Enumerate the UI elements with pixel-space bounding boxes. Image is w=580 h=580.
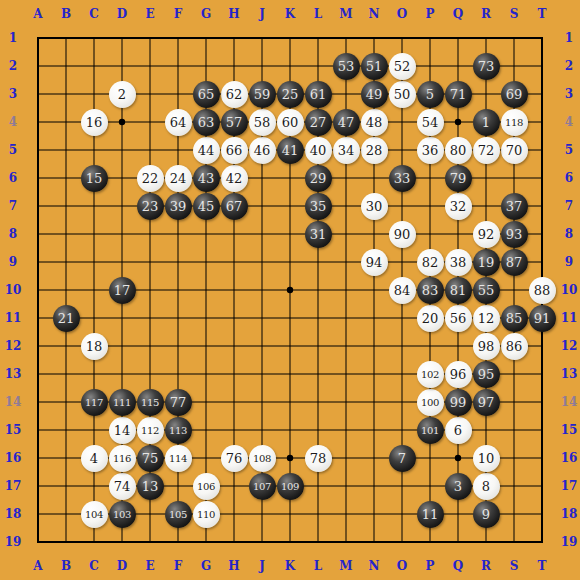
row-label-right: 9 (556, 254, 580, 270)
row-label-left: 12 (0, 338, 26, 354)
move-number: 77 (170, 395, 187, 410)
stone-white-10-R16[interactable]: 10 (473, 445, 500, 472)
move-number: 97 (478, 395, 495, 410)
stone-black-81-Q10[interactable]: 81 (445, 277, 472, 304)
move-number: 117 (85, 397, 103, 408)
stone-white-24-F6[interactable]: 24 (165, 165, 192, 192)
move-number: 104 (85, 509, 103, 520)
row-label-right: 19 (556, 534, 580, 550)
move-number: 39 (170, 199, 187, 214)
move-number: 102 (421, 369, 439, 380)
move-number: 61 (310, 87, 327, 102)
move-number: 105 (169, 509, 187, 520)
row-label-right: 10 (556, 282, 580, 298)
stone-black-29-L6[interactable]: 29 (305, 165, 332, 192)
column-label-top: C (80, 6, 108, 22)
move-number: 4 (90, 451, 98, 466)
row-label-left: 4 (0, 114, 26, 130)
stone-black-55-R10[interactable]: 55 (473, 277, 500, 304)
row-label-left: 5 (0, 142, 26, 158)
stone-black-41-K5[interactable]: 41 (277, 137, 304, 164)
move-number: 92 (478, 227, 495, 242)
move-number: 96 (450, 367, 467, 382)
move-number: 53 (338, 59, 355, 74)
stone-white-66-H5[interactable]: 66 (221, 137, 248, 164)
column-label-top: E (136, 6, 164, 22)
column-label-bottom: E (136, 558, 164, 574)
move-number: 46 (254, 143, 271, 158)
stone-black-101-P15[interactable]: 101 (417, 417, 444, 444)
stone-white-52-O2[interactable]: 52 (389, 53, 416, 80)
move-number: 101 (421, 425, 439, 436)
move-number: 28 (366, 143, 383, 158)
row-label-right: 2 (556, 58, 580, 74)
move-number: 81 (450, 283, 467, 298)
stone-white-82-P9[interactable]: 82 (417, 249, 444, 276)
move-number: 118 (505, 117, 523, 128)
stone-white-76-H16[interactable]: 76 (221, 445, 248, 472)
stone-black-37-S7[interactable]: 37 (501, 193, 528, 220)
move-number: 98 (478, 339, 495, 354)
move-number: 103 (113, 509, 131, 520)
stone-black-93-S8[interactable]: 93 (501, 221, 528, 248)
move-number: 114 (169, 453, 187, 464)
move-number: 37 (506, 199, 523, 214)
stone-white-86-S12[interactable]: 86 (501, 333, 528, 360)
stone-black-71-Q3[interactable]: 71 (445, 81, 472, 108)
move-number: 73 (478, 59, 495, 74)
move-number: 72 (478, 143, 495, 158)
stone-black-13-E17[interactable]: 13 (137, 473, 164, 500)
move-number: 79 (450, 171, 467, 186)
column-label-top: Q (444, 6, 472, 22)
move-number: 23 (142, 199, 159, 214)
move-number: 12 (478, 311, 495, 326)
move-number: 59 (254, 87, 271, 102)
stone-black-49-N3[interactable]: 49 (361, 81, 388, 108)
column-label-bottom: R (472, 558, 500, 574)
move-number: 45 (198, 199, 215, 214)
move-number: 84 (394, 283, 411, 298)
move-number: 44 (198, 143, 215, 158)
row-label-right: 3 (556, 86, 580, 102)
stone-black-33-O6[interactable]: 33 (389, 165, 416, 192)
stone-black-27-L4[interactable]: 27 (305, 109, 332, 136)
stone-black-67-H7[interactable]: 67 (221, 193, 248, 220)
stone-white-50-O3[interactable]: 50 (389, 81, 416, 108)
stone-white-114-F16[interactable]: 114 (165, 445, 192, 472)
stone-black-59-J3[interactable]: 59 (249, 81, 276, 108)
row-label-left: 16 (0, 450, 26, 466)
stone-white-48-N4[interactable]: 48 (361, 109, 388, 136)
stone-white-54-P4[interactable]: 54 (417, 109, 444, 136)
move-number: 94 (366, 255, 383, 270)
move-number: 111 (113, 397, 131, 408)
column-label-top: R (472, 6, 500, 22)
stone-white-104-C18[interactable]: 104 (81, 501, 108, 528)
stone-black-73-R2[interactable]: 73 (473, 53, 500, 80)
row-label-left: 8 (0, 226, 26, 242)
stone-black-77-F14[interactable]: 77 (165, 389, 192, 416)
column-label-top: S (500, 6, 528, 22)
move-number: 91 (534, 311, 551, 326)
stone-white-100-P14[interactable]: 100 (417, 389, 444, 416)
stone-white-22-E6[interactable]: 22 (137, 165, 164, 192)
column-label-top: H (220, 6, 248, 22)
stone-white-106-G17[interactable]: 106 (193, 473, 220, 500)
move-number: 66 (226, 143, 243, 158)
move-number: 2 (118, 87, 126, 102)
stone-white-36-P5[interactable]: 36 (417, 137, 444, 164)
stone-black-65-G3[interactable]: 65 (193, 81, 220, 108)
move-number: 58 (254, 115, 271, 130)
move-number: 19 (478, 255, 495, 270)
row-label-right: 7 (556, 198, 580, 214)
stone-black-35-L7[interactable]: 35 (305, 193, 332, 220)
stone-white-58-J4[interactable]: 58 (249, 109, 276, 136)
stone-black-19-R9[interactable]: 19 (473, 249, 500, 276)
stone-white-42-H6[interactable]: 42 (221, 165, 248, 192)
move-number: 15 (86, 171, 103, 186)
move-number: 36 (422, 143, 439, 158)
stones-layer[interactable]: 1234567891011121314151617181920212223242… (24, 24, 556, 556)
stone-black-99-Q14[interactable]: 99 (445, 389, 472, 416)
move-number: 76 (226, 451, 243, 466)
row-label-right: 18 (556, 506, 580, 522)
column-label-top: A (24, 6, 52, 22)
stone-black-1-R4[interactable]: 1 (473, 109, 500, 136)
move-number: 106 (197, 481, 215, 492)
move-number: 108 (253, 453, 271, 464)
move-number: 55 (478, 283, 495, 298)
stone-black-21-B11[interactable]: 21 (53, 305, 80, 332)
row-label-right: 12 (556, 338, 580, 354)
row-label-right: 6 (556, 170, 580, 186)
move-number: 51 (366, 59, 383, 74)
stone-black-103-D18[interactable]: 103 (109, 501, 136, 528)
stone-white-118-S4[interactable]: 118 (501, 109, 528, 136)
move-number: 48 (366, 115, 383, 130)
row-label-right: 5 (556, 142, 580, 158)
move-number: 107 (253, 481, 271, 492)
stone-white-84-O10[interactable]: 84 (389, 277, 416, 304)
column-label-bottom: P (416, 558, 444, 574)
move-number: 31 (310, 227, 327, 242)
column-label-top: J (248, 6, 276, 22)
row-label-left: 10 (0, 282, 26, 298)
move-number: 29 (310, 171, 327, 186)
row-label-right: 4 (556, 114, 580, 130)
stone-white-74-D17[interactable]: 74 (109, 473, 136, 500)
column-label-bottom: Q (444, 558, 472, 574)
move-number: 88 (534, 283, 551, 298)
stone-black-7-O16[interactable]: 7 (389, 445, 416, 472)
move-number: 69 (506, 87, 523, 102)
move-number: 65 (198, 87, 215, 102)
move-number: 78 (310, 451, 327, 466)
stone-black-91-T11[interactable]: 91 (529, 305, 556, 332)
stone-white-30-N7[interactable]: 30 (361, 193, 388, 220)
stone-white-72-R5[interactable]: 72 (473, 137, 500, 164)
stone-black-105-F18[interactable]: 105 (165, 501, 192, 528)
move-number: 86 (506, 339, 523, 354)
move-number: 95 (478, 367, 495, 382)
move-number: 10 (478, 451, 495, 466)
move-number: 113 (169, 425, 187, 436)
stone-white-80-Q5[interactable]: 80 (445, 137, 472, 164)
move-number: 6 (454, 423, 462, 438)
stone-black-63-G4[interactable]: 63 (193, 109, 220, 136)
stone-white-96-Q13[interactable]: 96 (445, 361, 472, 388)
column-label-top: N (360, 6, 388, 22)
row-label-left: 11 (0, 310, 26, 326)
column-label-bottom: O (388, 558, 416, 574)
column-label-bottom: S (500, 558, 528, 574)
stone-white-94-N9[interactable]: 94 (361, 249, 388, 276)
move-number: 57 (226, 115, 243, 130)
move-number: 115 (141, 397, 159, 408)
stone-white-116-D16[interactable]: 116 (109, 445, 136, 472)
move-number: 112 (141, 425, 159, 436)
move-number: 110 (197, 509, 215, 520)
stone-white-88-T10[interactable]: 88 (529, 277, 556, 304)
column-label-bottom: G (192, 558, 220, 574)
stone-black-117-C14[interactable]: 117 (81, 389, 108, 416)
move-number: 34 (338, 143, 355, 158)
stone-black-23-E7[interactable]: 23 (137, 193, 164, 220)
row-label-left: 2 (0, 58, 26, 74)
move-number: 83 (422, 283, 439, 298)
stone-black-85-S11[interactable]: 85 (501, 305, 528, 332)
move-number: 33 (394, 171, 411, 186)
move-number: 17 (114, 283, 131, 298)
stone-black-5-P3[interactable]: 5 (417, 81, 444, 108)
stone-black-61-L3[interactable]: 61 (305, 81, 332, 108)
move-number: 67 (226, 199, 243, 214)
row-label-right: 14 (556, 394, 580, 410)
column-label-bottom: H (220, 558, 248, 574)
stone-white-40-L5[interactable]: 40 (305, 137, 332, 164)
move-number: 35 (310, 199, 327, 214)
stone-black-39-F7[interactable]: 39 (165, 193, 192, 220)
move-number: 75 (142, 451, 159, 466)
row-label-left: 3 (0, 86, 26, 102)
move-number: 32 (450, 199, 467, 214)
stone-white-90-O8[interactable]: 90 (389, 221, 416, 248)
move-number: 82 (422, 255, 439, 270)
move-number: 22 (142, 171, 159, 186)
column-label-bottom: T (528, 558, 556, 574)
move-number: 8 (482, 479, 490, 494)
row-label-left: 19 (0, 534, 26, 550)
move-number: 3 (454, 479, 462, 494)
row-label-right: 11 (556, 310, 580, 326)
stone-black-115-E14[interactable]: 115 (137, 389, 164, 416)
stone-white-2-D3[interactable]: 2 (109, 81, 136, 108)
column-label-bottom: D (108, 558, 136, 574)
row-label-left: 17 (0, 478, 26, 494)
move-number: 43 (198, 171, 215, 186)
column-label-bottom: F (164, 558, 192, 574)
stone-white-38-Q9[interactable]: 38 (445, 249, 472, 276)
stone-black-95-R13[interactable]: 95 (473, 361, 500, 388)
move-number: 80 (450, 143, 467, 158)
row-label-left: 7 (0, 198, 26, 214)
stone-black-75-E16[interactable]: 75 (137, 445, 164, 472)
move-number: 14 (114, 423, 131, 438)
stone-white-14-D15[interactable]: 14 (109, 417, 136, 444)
move-number: 20 (422, 311, 439, 326)
stone-white-6-Q15[interactable]: 6 (445, 417, 472, 444)
move-number: 99 (450, 395, 467, 410)
go-board: AABBCCDDEEFFGGHHJJKKLLMMNNOOPPQQRRSSTT11… (0, 0, 580, 580)
stone-white-62-H3[interactable]: 62 (221, 81, 248, 108)
stone-white-102-P13[interactable]: 102 (417, 361, 444, 388)
stone-black-3-Q17[interactable]: 3 (445, 473, 472, 500)
move-number: 52 (394, 59, 411, 74)
stone-white-4-C16[interactable]: 4 (81, 445, 108, 472)
stone-black-57-H4[interactable]: 57 (221, 109, 248, 136)
stone-white-34-M5[interactable]: 34 (333, 137, 360, 164)
move-number: 60 (282, 115, 299, 130)
stone-white-108-J16[interactable]: 108 (249, 445, 276, 472)
move-number: 42 (226, 171, 243, 186)
move-number: 71 (450, 87, 467, 102)
move-number: 50 (394, 87, 411, 102)
stone-black-17-D10[interactable]: 17 (109, 277, 136, 304)
row-label-right: 15 (556, 422, 580, 438)
stone-black-11-P18[interactable]: 11 (417, 501, 444, 528)
move-number: 41 (282, 143, 299, 158)
move-number: 30 (366, 199, 383, 214)
stone-white-78-L16[interactable]: 78 (305, 445, 332, 472)
move-number: 7 (398, 451, 406, 466)
stone-black-107-J17[interactable]: 107 (249, 473, 276, 500)
move-number: 27 (310, 115, 327, 130)
move-number: 16 (86, 115, 103, 130)
column-label-top: O (388, 6, 416, 22)
move-number: 100 (421, 397, 439, 408)
stone-white-64-F4[interactable]: 64 (165, 109, 192, 136)
stone-black-113-F15[interactable]: 113 (165, 417, 192, 444)
stone-black-45-G7[interactable]: 45 (193, 193, 220, 220)
move-number: 9 (482, 507, 490, 522)
move-number: 38 (450, 255, 467, 270)
move-number: 70 (506, 143, 523, 158)
column-label-bottom: M (332, 558, 360, 574)
stone-black-69-S3[interactable]: 69 (501, 81, 528, 108)
column-label-bottom: B (52, 558, 80, 574)
stone-white-56-Q11[interactable]: 56 (445, 305, 472, 332)
move-number: 109 (281, 481, 299, 492)
stone-black-9-R18[interactable]: 9 (473, 501, 500, 528)
column-label-top: B (52, 6, 80, 22)
column-label-top: G (192, 6, 220, 22)
move-number: 74 (114, 479, 131, 494)
stone-black-51-N2[interactable]: 51 (361, 53, 388, 80)
row-label-left: 6 (0, 170, 26, 186)
row-label-right: 8 (556, 226, 580, 242)
row-label-left: 1 (0, 30, 26, 46)
move-number: 90 (394, 227, 411, 242)
stone-black-15-C6[interactable]: 15 (81, 165, 108, 192)
move-number: 11 (422, 507, 439, 522)
column-label-top: L (304, 6, 332, 22)
stone-black-109-K17[interactable]: 109 (277, 473, 304, 500)
move-number: 63 (198, 115, 215, 130)
stone-black-97-R14[interactable]: 97 (473, 389, 500, 416)
stone-black-25-K3[interactable]: 25 (277, 81, 304, 108)
row-label-right: 13 (556, 366, 580, 382)
move-number: 13 (142, 479, 159, 494)
move-number: 25 (282, 87, 299, 102)
column-label-bottom: K (276, 558, 304, 574)
column-label-top: P (416, 6, 444, 22)
stone-white-92-R8[interactable]: 92 (473, 221, 500, 248)
stone-white-46-J5[interactable]: 46 (249, 137, 276, 164)
stone-white-60-K4[interactable]: 60 (277, 109, 304, 136)
move-number: 87 (506, 255, 523, 270)
column-label-bottom: A (24, 558, 52, 574)
stone-white-110-G18[interactable]: 110 (193, 501, 220, 528)
column-label-top: F (164, 6, 192, 22)
move-number: 62 (226, 87, 243, 102)
row-label-right: 16 (556, 450, 580, 466)
stone-black-47-M4[interactable]: 47 (333, 109, 360, 136)
stone-white-16-C4[interactable]: 16 (81, 109, 108, 136)
move-number: 1 (482, 115, 490, 130)
stone-white-70-S5[interactable]: 70 (501, 137, 528, 164)
stone-white-12-R11[interactable]: 12 (473, 305, 500, 332)
stone-white-112-E15[interactable]: 112 (137, 417, 164, 444)
row-label-left: 15 (0, 422, 26, 438)
move-number: 40 (310, 143, 327, 158)
stone-black-31-L8[interactable]: 31 (305, 221, 332, 248)
stone-white-8-R17[interactable]: 8 (473, 473, 500, 500)
stone-white-32-Q7[interactable]: 32 (445, 193, 472, 220)
stone-white-44-G5[interactable]: 44 (193, 137, 220, 164)
column-label-bottom: J (248, 558, 276, 574)
stone-black-83-P10[interactable]: 83 (417, 277, 444, 304)
row-label-left: 13 (0, 366, 26, 382)
column-label-top: K (276, 6, 304, 22)
stone-black-53-M2[interactable]: 53 (333, 53, 360, 80)
move-number: 116 (113, 453, 131, 464)
move-number: 47 (338, 115, 355, 130)
move-number: 54 (422, 115, 439, 130)
stone-black-79-Q6[interactable]: 79 (445, 165, 472, 192)
move-number: 93 (506, 227, 523, 242)
row-label-left: 14 (0, 394, 26, 410)
column-label-top: M (332, 6, 360, 22)
column-label-bottom: C (80, 558, 108, 574)
stone-white-18-C12[interactable]: 18 (81, 333, 108, 360)
stone-black-87-S9[interactable]: 87 (501, 249, 528, 276)
stone-black-43-G6[interactable]: 43 (193, 165, 220, 192)
move-number: 49 (366, 87, 383, 102)
stone-black-111-D14[interactable]: 111 (109, 389, 136, 416)
column-label-top: D (108, 6, 136, 22)
row-label-left: 9 (0, 254, 26, 270)
stone-white-28-N5[interactable]: 28 (361, 137, 388, 164)
stone-white-20-P11[interactable]: 20 (417, 305, 444, 332)
stone-white-98-R12[interactable]: 98 (473, 333, 500, 360)
row-label-right: 17 (556, 478, 580, 494)
move-number: 24 (170, 171, 187, 186)
row-label-left: 18 (0, 506, 26, 522)
move-number: 64 (170, 115, 187, 130)
move-number: 85 (506, 311, 523, 326)
